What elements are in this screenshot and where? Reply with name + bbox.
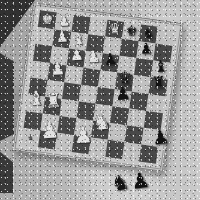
captured-black-pawn: ♟ [130, 170, 152, 193]
table-shadow-left-edge [0, 53, 14, 141]
captured-black-knight: ♞ [110, 172, 132, 195]
table-shadow-bottom-left [0, 149, 13, 193]
board-logo: ♞ [22, 129, 40, 147]
square-r7c0: ♞ [21, 128, 40, 147]
chessboard-photo: ♞ ♚♟♛♚♞♟♝♟♟♟♟♝♟♛♜♟♝♜♞♟♟ ♟♞♟ [0, 0, 200, 200]
captured-black-pawn: ♟ [151, 127, 171, 148]
